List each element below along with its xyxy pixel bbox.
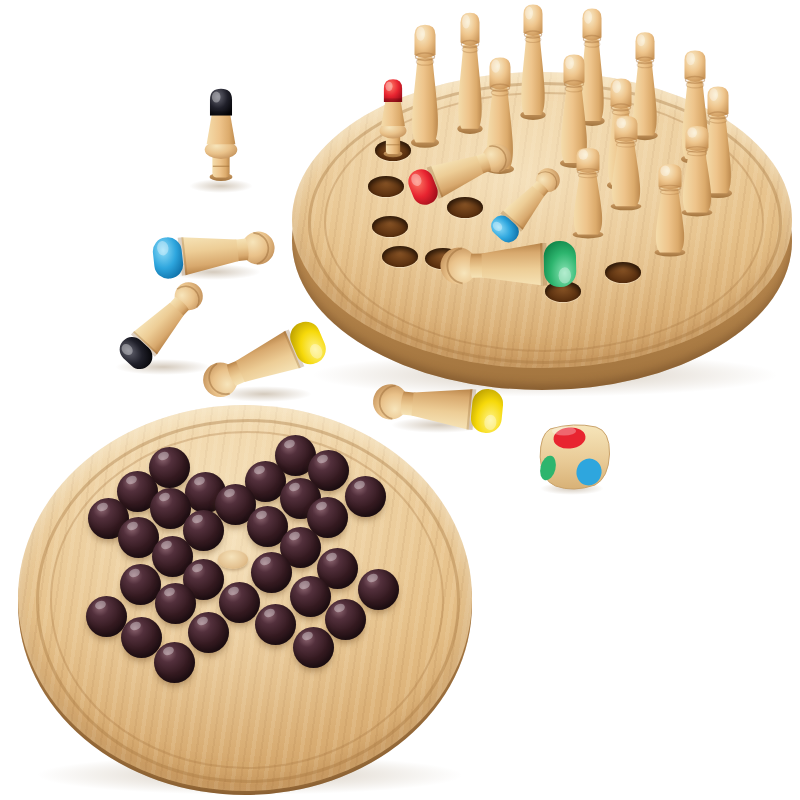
lying-peg-yellow[interactable] — [362, 373, 509, 439]
standing-peg-black-tip[interactable] — [198, 86, 244, 182]
product-photo-scene — [0, 0, 800, 800]
lying-peg-blue[interactable] — [147, 221, 286, 285]
loose-pieces — [0, 0, 800, 800]
color-die[interactable] — [534, 421, 614, 495]
